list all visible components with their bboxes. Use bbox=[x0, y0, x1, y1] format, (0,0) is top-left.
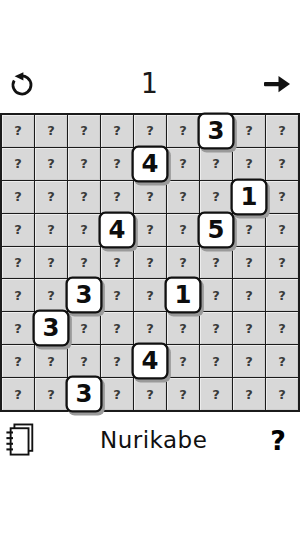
cell-r3c6[interactable]: ? bbox=[167, 181, 199, 213]
cell-r2c9[interactable]: ? bbox=[266, 148, 298, 180]
cell-r3c1[interactable]: ? bbox=[2, 181, 34, 213]
cell-r9c9[interactable]: ? bbox=[266, 378, 298, 410]
clue-cell-r7c2: 3 bbox=[32, 310, 69, 347]
cell-r8c9[interactable]: ? bbox=[266, 345, 298, 377]
cell-r4c8[interactable]: ? bbox=[233, 214, 265, 246]
arrow-right-icon bbox=[262, 72, 292, 96]
clue-cell-r3c8: 1 bbox=[230, 178, 267, 215]
clue-cell-r8c5: 4 bbox=[131, 343, 168, 380]
cell-r2c7[interactable]: ? bbox=[200, 148, 232, 180]
level-number: 1 bbox=[141, 70, 158, 98]
notebook-icon bbox=[5, 422, 37, 458]
cell-r1c4[interactable]: ? bbox=[101, 115, 133, 147]
next-level-button[interactable] bbox=[262, 72, 292, 96]
cell-r2c8[interactable]: ? bbox=[233, 148, 265, 180]
cell-r7c5[interactable]: ? bbox=[134, 312, 166, 344]
cell-r8c8[interactable]: ? bbox=[233, 345, 265, 377]
cell-r9c5[interactable]: ? bbox=[134, 378, 166, 410]
cell-r1c3[interactable]: ? bbox=[68, 115, 100, 147]
nurikabe-board: ??????3??????4???????????1????4??5??????… bbox=[0, 113, 300, 412]
cell-r5c6[interactable]: ? bbox=[167, 247, 199, 279]
top-toolbar: 1 bbox=[0, 63, 300, 105]
cell-r8c2[interactable]: ? bbox=[35, 345, 67, 377]
cell-r6c5[interactable]: ? bbox=[134, 279, 166, 311]
clue-cell-r6c3: 3 bbox=[65, 277, 102, 314]
cell-r1c5[interactable]: ? bbox=[134, 115, 166, 147]
cell-r5c9[interactable]: ? bbox=[266, 247, 298, 279]
cell-r7c1[interactable]: ? bbox=[2, 312, 34, 344]
cell-r3c2[interactable]: ? bbox=[35, 181, 67, 213]
cell-r1c8[interactable]: ? bbox=[233, 115, 265, 147]
cell-r7c9[interactable]: ? bbox=[266, 312, 298, 344]
cell-r3c4[interactable]: ? bbox=[101, 181, 133, 213]
cell-r4c2[interactable]: ? bbox=[35, 214, 67, 246]
cell-r7c7[interactable]: ? bbox=[200, 312, 232, 344]
cell-r4c5[interactable]: ? bbox=[134, 214, 166, 246]
cell-r6c4[interactable]: ? bbox=[101, 279, 133, 311]
cell-r4c1[interactable]: ? bbox=[2, 214, 34, 246]
cell-r4c6[interactable]: ? bbox=[167, 214, 199, 246]
cell-r9c7[interactable]: ? bbox=[200, 378, 232, 410]
cell-r5c4[interactable]: ? bbox=[101, 247, 133, 279]
restart-button[interactable] bbox=[8, 70, 36, 98]
cell-r5c3[interactable]: ? bbox=[68, 247, 100, 279]
cell-r2c6[interactable]: ? bbox=[167, 148, 199, 180]
cell-r9c6[interactable]: ? bbox=[167, 378, 199, 410]
cell-r9c8[interactable]: ? bbox=[233, 378, 265, 410]
cell-r3c7[interactable]: ? bbox=[200, 181, 232, 213]
bottom-toolbar: Nurikabe ? bbox=[0, 418, 300, 462]
cell-r5c2[interactable]: ? bbox=[35, 247, 67, 279]
cell-r2c3[interactable]: ? bbox=[68, 148, 100, 180]
cell-r2c2[interactable]: ? bbox=[35, 148, 67, 180]
cell-r3c9[interactable]: ? bbox=[266, 181, 298, 213]
game-title: Nurikabe bbox=[100, 427, 207, 453]
help-button[interactable]: ? bbox=[270, 427, 292, 454]
cell-r7c8[interactable]: ? bbox=[233, 312, 265, 344]
cell-r8c3[interactable]: ? bbox=[68, 345, 100, 377]
clue-cell-r6c6: 1 bbox=[164, 277, 201, 314]
cell-r7c6[interactable]: ? bbox=[167, 312, 199, 344]
cell-r4c3[interactable]: ? bbox=[68, 214, 100, 246]
app-screen: 1 ??????3??????4???????????1????4??5????… bbox=[0, 0, 300, 533]
clue-cell-r1c7: 3 bbox=[197, 112, 234, 149]
cell-r1c6[interactable]: ? bbox=[167, 115, 199, 147]
cell-r7c3[interactable]: ? bbox=[68, 312, 100, 344]
cell-r1c9[interactable]: ? bbox=[266, 115, 298, 147]
cell-r8c4[interactable]: ? bbox=[101, 345, 133, 377]
cell-r7c4[interactable]: ? bbox=[101, 312, 133, 344]
clue-cell-r2c5: 4 bbox=[131, 145, 168, 182]
cell-r1c2[interactable]: ? bbox=[35, 115, 67, 147]
cell-r5c1[interactable]: ? bbox=[2, 247, 34, 279]
cell-r8c6[interactable]: ? bbox=[167, 345, 199, 377]
cell-r9c1[interactable]: ? bbox=[2, 378, 34, 410]
cell-r9c4[interactable]: ? bbox=[101, 378, 133, 410]
clue-cell-r4c4: 4 bbox=[98, 211, 135, 248]
cell-r3c5[interactable]: ? bbox=[134, 181, 166, 213]
clue-cell-r4c7: 5 bbox=[197, 211, 234, 248]
levels-list-button[interactable] bbox=[5, 422, 37, 458]
cell-r3c3[interactable]: ? bbox=[68, 181, 100, 213]
cell-r6c9[interactable]: ? bbox=[266, 279, 298, 311]
cell-r2c1[interactable]: ? bbox=[2, 148, 34, 180]
cell-r8c1[interactable]: ? bbox=[2, 345, 34, 377]
cell-r5c5[interactable]: ? bbox=[134, 247, 166, 279]
cell-r6c2[interactable]: ? bbox=[35, 279, 67, 311]
cell-r4c9[interactable]: ? bbox=[266, 214, 298, 246]
cell-r1c1[interactable]: ? bbox=[2, 115, 34, 147]
cell-r9c2[interactable]: ? bbox=[35, 378, 67, 410]
cell-r6c7[interactable]: ? bbox=[200, 279, 232, 311]
cell-r2c4[interactable]: ? bbox=[101, 148, 133, 180]
cell-r6c1[interactable]: ? bbox=[2, 279, 34, 311]
cell-r5c7[interactable]: ? bbox=[200, 247, 232, 279]
clue-cell-r9c3: 3 bbox=[65, 376, 102, 413]
cell-r6c8[interactable]: ? bbox=[233, 279, 265, 311]
cell-r8c7[interactable]: ? bbox=[200, 345, 232, 377]
restart-icon bbox=[8, 70, 36, 98]
cell-r5c8[interactable]: ? bbox=[233, 247, 265, 279]
